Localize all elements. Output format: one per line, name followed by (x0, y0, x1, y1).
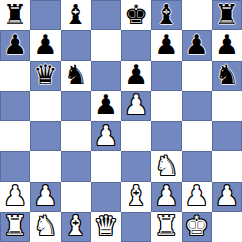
black-pawn-icon: ♟ (124, 61, 148, 88)
square-f4[interactable] (151, 121, 181, 151)
black-pawn-icon: ♟ (215, 31, 239, 58)
square-h4[interactable] (212, 121, 242, 151)
black-rook-icon: ♜ (3, 1, 27, 28)
square-d8[interactable] (91, 0, 121, 30)
square-f6[interactable] (151, 61, 181, 91)
square-d4[interactable]: ♟ (91, 121, 121, 151)
square-g1[interactable]: ♚ (182, 212, 212, 242)
square-d5[interactable]: ♟ (91, 91, 121, 121)
square-e2[interactable]: ♝ (121, 182, 151, 212)
square-g6[interactable] (182, 61, 212, 91)
white-knight-icon: ♞ (154, 152, 178, 179)
square-c1[interactable]: ♝ (61, 212, 91, 242)
square-d1[interactable]: ♛ (91, 212, 121, 242)
square-e8[interactable]: ♚ (121, 0, 151, 30)
white-queen-icon: ♛ (94, 212, 118, 239)
black-bishop-icon: ♝ (64, 1, 88, 28)
white-king-icon: ♚ (185, 212, 209, 239)
square-h6[interactable]: ♞ (212, 61, 242, 91)
square-f8[interactable]: ♝ (151, 0, 181, 30)
black-knight-icon: ♞ (215, 61, 239, 88)
square-e6[interactable]: ♟ (121, 61, 151, 91)
square-b1[interactable]: ♞ (30, 212, 60, 242)
square-e1[interactable] (121, 212, 151, 242)
square-f7[interactable]: ♟ (151, 30, 181, 60)
white-rook-icon: ♜ (154, 212, 178, 239)
square-c6[interactable]: ♞ (61, 61, 91, 91)
square-d7[interactable] (91, 30, 121, 60)
square-d3[interactable] (91, 151, 121, 181)
square-e7[interactable] (121, 30, 151, 60)
square-a1[interactable]: ♜ (0, 212, 30, 242)
square-g3[interactable] (182, 151, 212, 181)
white-pawn-icon: ♟ (33, 182, 57, 209)
black-rook-icon: ♜ (215, 1, 239, 28)
square-g4[interactable] (182, 121, 212, 151)
square-c5[interactable] (61, 91, 91, 121)
square-b5[interactable] (30, 91, 60, 121)
square-c8[interactable]: ♝ (61, 0, 91, 30)
black-queen-icon: ♛ (33, 61, 57, 88)
square-e3[interactable] (121, 151, 151, 181)
square-h5[interactable] (212, 91, 242, 121)
square-a2[interactable]: ♟ (0, 182, 30, 212)
square-c4[interactable] (61, 121, 91, 151)
black-knight-icon: ♞ (64, 61, 88, 88)
square-d2[interactable] (91, 182, 121, 212)
square-g5[interactable] (182, 91, 212, 121)
square-f5[interactable] (151, 91, 181, 121)
square-g8[interactable] (182, 0, 212, 30)
square-d6[interactable] (91, 61, 121, 91)
square-f1[interactable]: ♜ (151, 212, 181, 242)
white-bishop-icon: ♝ (124, 182, 148, 209)
chess-board: ♜♝♚♝♜♟♟♟♟♟♛♞♟♞♟♟♟♞♟♟♝♟♟♟♜♞♝♛♜♚ (0, 0, 242, 242)
square-b6[interactable]: ♛ (30, 61, 60, 91)
square-b7[interactable]: ♟ (30, 30, 60, 60)
square-a6[interactable] (0, 61, 30, 91)
square-c2[interactable] (61, 182, 91, 212)
black-pawn-icon: ♟ (185, 31, 209, 58)
square-b4[interactable] (30, 121, 60, 151)
white-pawn-icon: ♟ (154, 182, 178, 209)
white-pawn-icon: ♟ (124, 91, 148, 118)
black-pawn-icon: ♟ (94, 91, 118, 118)
black-king-icon: ♚ (124, 1, 148, 28)
white-bishop-icon: ♝ (64, 212, 88, 239)
square-a4[interactable] (0, 121, 30, 151)
white-pawn-icon: ♟ (185, 182, 209, 209)
square-a8[interactable]: ♜ (0, 0, 30, 30)
black-pawn-icon: ♟ (33, 31, 57, 58)
square-e5[interactable]: ♟ (121, 91, 151, 121)
square-h3[interactable] (212, 151, 242, 181)
white-knight-icon: ♞ (33, 212, 57, 239)
square-c7[interactable] (61, 30, 91, 60)
square-g2[interactable]: ♟ (182, 182, 212, 212)
square-a5[interactable] (0, 91, 30, 121)
white-pawn-icon: ♟ (215, 182, 239, 209)
square-h1[interactable] (212, 212, 242, 242)
square-b2[interactable]: ♟ (30, 182, 60, 212)
square-a3[interactable] (0, 151, 30, 181)
square-f2[interactable]: ♟ (151, 182, 181, 212)
square-h8[interactable]: ♜ (212, 0, 242, 30)
square-g7[interactable]: ♟ (182, 30, 212, 60)
white-pawn-icon: ♟ (94, 122, 118, 149)
square-b3[interactable] (30, 151, 60, 181)
black-pawn-icon: ♟ (3, 31, 27, 58)
square-c3[interactable] (61, 151, 91, 181)
square-h2[interactable]: ♟ (212, 182, 242, 212)
square-b8[interactable] (30, 0, 60, 30)
square-h7[interactable]: ♟ (212, 30, 242, 60)
black-bishop-icon: ♝ (154, 1, 178, 28)
white-pawn-icon: ♟ (3, 182, 27, 209)
square-f3[interactable]: ♞ (151, 151, 181, 181)
square-e4[interactable] (121, 121, 151, 151)
white-rook-icon: ♜ (3, 212, 27, 239)
black-pawn-icon: ♟ (154, 31, 178, 58)
square-a7[interactable]: ♟ (0, 30, 30, 60)
